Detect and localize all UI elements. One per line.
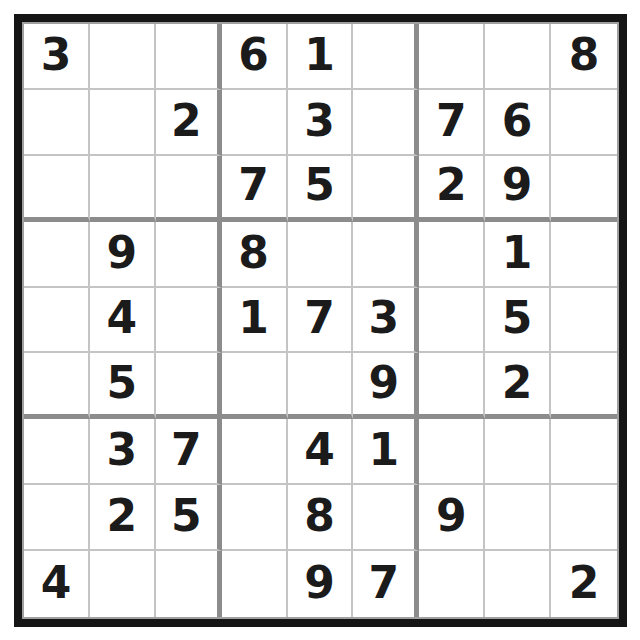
cell-r7c2[interactable]: 3 <box>90 419 156 485</box>
cell-r2c6[interactable] <box>353 90 419 156</box>
given-digit: 4 <box>107 296 138 340</box>
given-digit: 7 <box>436 99 467 143</box>
cell-r1c8[interactable] <box>485 24 551 90</box>
given-digit: 2 <box>502 361 533 405</box>
given-digit: 7 <box>171 428 202 472</box>
cell-r5c7[interactable] <box>419 288 485 354</box>
cell-r9c7[interactable] <box>419 551 485 617</box>
cell-r6c1[interactable] <box>24 353 90 419</box>
sudoku-board-inner: 36182376752998141735592374125894972 <box>22 22 619 619</box>
cell-r3c6[interactable] <box>353 156 419 222</box>
cell-r9c9[interactable]: 2 <box>551 551 617 617</box>
cell-r5c2[interactable]: 4 <box>90 288 156 354</box>
cell-r4c6[interactable] <box>353 222 419 288</box>
given-digit: 4 <box>304 428 335 472</box>
cell-r3c1[interactable] <box>24 156 90 222</box>
cell-r7c9[interactable] <box>551 419 617 485</box>
cell-r2c4[interactable] <box>222 90 288 156</box>
given-digit: 3 <box>107 428 138 472</box>
cell-r3c4[interactable]: 7 <box>222 156 288 222</box>
cell-r6c2[interactable]: 5 <box>90 353 156 419</box>
cell-r7c5[interactable]: 4 <box>288 419 354 485</box>
given-digit: 3 <box>369 296 400 340</box>
cell-r2c7[interactable]: 7 <box>419 90 485 156</box>
cell-r1c6[interactable] <box>353 24 419 90</box>
cell-r3c8[interactable]: 9 <box>485 156 551 222</box>
cell-r2c1[interactable] <box>24 90 90 156</box>
given-digit: 1 <box>304 33 335 77</box>
cell-r1c3[interactable] <box>156 24 222 90</box>
cell-r6c4[interactable] <box>222 353 288 419</box>
given-digit: 5 <box>171 494 202 538</box>
given-digit: 2 <box>569 561 600 605</box>
given-digit: 9 <box>436 494 467 538</box>
given-digit: 2 <box>436 163 467 207</box>
given-digit: 7 <box>304 296 335 340</box>
cell-r1c5[interactable]: 1 <box>288 24 354 90</box>
cell-r5c8[interactable]: 5 <box>485 288 551 354</box>
cell-r1c9[interactable]: 8 <box>551 24 617 90</box>
cell-r7c7[interactable] <box>419 419 485 485</box>
cell-r4c8[interactable]: 1 <box>485 222 551 288</box>
cell-r2c3[interactable]: 2 <box>156 90 222 156</box>
given-digit: 5 <box>107 361 138 405</box>
cell-r2c9[interactable] <box>551 90 617 156</box>
cell-r3c3[interactable] <box>156 156 222 222</box>
given-digit: 6 <box>502 99 533 143</box>
cell-r1c4[interactable]: 6 <box>222 24 288 90</box>
cell-r7c6[interactable]: 1 <box>353 419 419 485</box>
given-digit: 7 <box>238 163 269 207</box>
cell-r8c4[interactable] <box>222 485 288 551</box>
cell-r5c1[interactable] <box>24 288 90 354</box>
given-digit: 9 <box>502 163 533 207</box>
cell-r9c4[interactable] <box>222 551 288 617</box>
cell-r9c3[interactable] <box>156 551 222 617</box>
given-digit: 2 <box>171 99 202 143</box>
cell-r6c7[interactable] <box>419 353 485 419</box>
cell-r9c6[interactable]: 7 <box>353 551 419 617</box>
cell-r5c3[interactable] <box>156 288 222 354</box>
cell-r6c3[interactable] <box>156 353 222 419</box>
given-digit: 4 <box>41 561 72 605</box>
cell-r2c8[interactable]: 6 <box>485 90 551 156</box>
cell-r4c5[interactable] <box>288 222 354 288</box>
cell-r7c8[interactable] <box>485 419 551 485</box>
cell-r9c1[interactable]: 4 <box>24 551 90 617</box>
cell-r8c7[interactable]: 9 <box>419 485 485 551</box>
cell-r4c4[interactable]: 8 <box>222 222 288 288</box>
given-digit: 8 <box>304 494 335 538</box>
given-digit: 9 <box>369 361 400 405</box>
given-digit: 3 <box>304 99 335 143</box>
given-digit: 8 <box>238 231 269 275</box>
cell-r8c1[interactable] <box>24 485 90 551</box>
given-digit: 1 <box>238 296 269 340</box>
given-digit: 8 <box>569 33 600 77</box>
cell-r1c7[interactable] <box>419 24 485 90</box>
given-digit: 5 <box>304 163 335 207</box>
cell-r3c2[interactable] <box>90 156 156 222</box>
given-digit: 5 <box>502 296 533 340</box>
cell-r4c9[interactable] <box>551 222 617 288</box>
cell-r6c6[interactable]: 9 <box>353 353 419 419</box>
sudoku-board: 36182376752998141735592374125894972 <box>14 14 627 627</box>
cell-r8c2[interactable]: 2 <box>90 485 156 551</box>
cell-r5c5[interactable]: 7 <box>288 288 354 354</box>
given-digit: 9 <box>107 231 138 275</box>
cell-r8c8[interactable] <box>485 485 551 551</box>
cell-r8c5[interactable]: 8 <box>288 485 354 551</box>
cell-r5c4[interactable]: 1 <box>222 288 288 354</box>
given-digit: 6 <box>238 33 269 77</box>
given-digit: 7 <box>369 561 400 605</box>
cell-r7c4[interactable] <box>222 419 288 485</box>
cell-r8c3[interactable]: 5 <box>156 485 222 551</box>
cell-r4c1[interactable] <box>24 222 90 288</box>
given-digit: 1 <box>502 231 533 275</box>
cell-r9c5[interactable]: 9 <box>288 551 354 617</box>
cell-r9c2[interactable] <box>90 551 156 617</box>
cell-r6c9[interactable] <box>551 353 617 419</box>
cell-r8c9[interactable] <box>551 485 617 551</box>
cell-r6c8[interactable]: 2 <box>485 353 551 419</box>
sudoku-grid: 36182376752998141735592374125894972 <box>24 24 617 617</box>
cell-r3c9[interactable] <box>551 156 617 222</box>
given-digit: 9 <box>304 561 335 605</box>
cell-r2c2[interactable] <box>90 90 156 156</box>
given-digit: 1 <box>369 428 400 472</box>
cell-r7c1[interactable] <box>24 419 90 485</box>
cell-r5c9[interactable] <box>551 288 617 354</box>
cell-r1c1[interactable]: 3 <box>24 24 90 90</box>
cell-r3c7[interactable]: 2 <box>419 156 485 222</box>
cell-r4c2[interactable]: 9 <box>90 222 156 288</box>
cell-r4c3[interactable] <box>156 222 222 288</box>
cell-r5c6[interactable]: 3 <box>353 288 419 354</box>
cell-r7c3[interactable]: 7 <box>156 419 222 485</box>
given-digit: 3 <box>41 33 72 77</box>
cell-r8c6[interactable] <box>353 485 419 551</box>
cell-r2c5[interactable]: 3 <box>288 90 354 156</box>
cell-r4c7[interactable] <box>419 222 485 288</box>
cell-r3c5[interactable]: 5 <box>288 156 354 222</box>
cell-r6c5[interactable] <box>288 353 354 419</box>
cell-r9c8[interactable] <box>485 551 551 617</box>
given-digit: 2 <box>107 494 138 538</box>
cell-r1c2[interactable] <box>90 24 156 90</box>
